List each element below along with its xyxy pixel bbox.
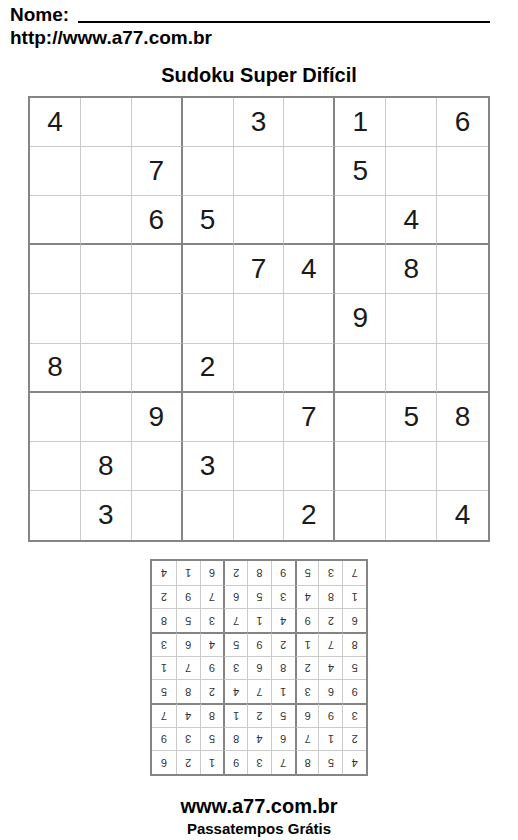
solution-cell-r2c5: 4 [247, 727, 271, 751]
puzzle-cell-r2c2 [81, 147, 132, 196]
puzzle-cell-r3c7 [335, 196, 386, 245]
solution-cell-r7c1: 6 [342, 608, 366, 632]
solution-cell-r4c4: 1 [271, 679, 295, 703]
puzzle-cell-r8c7 [335, 442, 386, 491]
solution-cell-r5c2: 4 [318, 656, 342, 680]
solution-cell-r6c7: 4 [200, 632, 224, 656]
puzzle-cell-r1c2 [81, 98, 132, 147]
puzzle-cell-r3c9 [437, 196, 488, 245]
puzzle-cell-r2c5 [234, 147, 285, 196]
puzzle-cell-r3c3: 6 [132, 196, 183, 245]
solution-cell-r6c1: 8 [342, 632, 366, 656]
solution-cell-r9c3: 5 [295, 561, 319, 585]
solution-cell-r4c9: 5 [152, 679, 176, 703]
puzzle-cell-r9c9: 4 [437, 491, 488, 540]
solution-cell-r8c4: 3 [271, 585, 295, 609]
solution-cell-r4c5: 7 [247, 679, 271, 703]
solution-cell-r3c4: 5 [271, 703, 295, 727]
solution-cell-r8c2: 8 [318, 585, 342, 609]
solution-cell-r7c2: 2 [318, 608, 342, 632]
puzzle-cell-r7c6: 7 [284, 393, 335, 442]
solution-cell-r3c8: 4 [176, 703, 200, 727]
solution-cell-r8c8: 9 [176, 585, 200, 609]
puzzle-title: Sudoku Super Difícil [0, 64, 518, 87]
puzzle-cell-r1c8 [386, 98, 437, 147]
puzzle-cell-r7c4 [183, 393, 234, 442]
puzzle-cell-r4c9 [437, 245, 488, 294]
puzzle-cell-r2c3: 7 [132, 147, 183, 196]
puzzle-cell-r2c9 [437, 147, 488, 196]
footer-site: www.a77.com.br [0, 795, 518, 818]
puzzle-cell-r7c9: 8 [437, 393, 488, 442]
puzzle-cell-r5c5 [234, 294, 285, 343]
solution-cell-r6c6: 5 [223, 632, 247, 656]
puzzle-cell-r8c9 [437, 442, 488, 491]
solution-cell-r2c2: 1 [318, 727, 342, 751]
solution-cell-r1c4: 7 [271, 750, 295, 774]
puzzle-cell-r4c8: 8 [386, 245, 437, 294]
puzzle-cell-r5c4 [183, 294, 234, 343]
solution-cell-r7c9: 8 [152, 608, 176, 632]
puzzle-cell-r3c5 [234, 196, 285, 245]
solution-cell-r8c6: 6 [223, 585, 247, 609]
solution-cell-r1c6: 9 [223, 750, 247, 774]
puzzle-cell-r8c2: 8 [81, 442, 132, 491]
solution-cell-r1c7: 1 [200, 750, 224, 774]
solution-cell-r7c6: 7 [223, 608, 247, 632]
header: Nome: http://www.a77.com.br [0, 0, 518, 49]
puzzle-cell-r7c8: 5 [386, 393, 437, 442]
puzzle-cell-r3c8: 4 [386, 196, 437, 245]
solution-cell-r1c2: 5 [318, 750, 342, 774]
puzzle-cell-r6c1: 8 [30, 344, 81, 393]
solution-cell-r7c4: 4 [271, 608, 295, 632]
puzzle-cell-r9c6: 2 [284, 491, 335, 540]
solution-cell-r2c4: 6 [271, 727, 295, 751]
solution-cell-r5c4: 8 [271, 656, 295, 680]
solution-cell-r1c8: 2 [176, 750, 200, 774]
puzzle-cell-r9c1 [30, 491, 81, 540]
solution-cell-r1c9: 6 [152, 750, 176, 774]
solution-cell-r9c4: 9 [271, 561, 295, 585]
solution-cell-r7c5: 1 [247, 608, 271, 632]
puzzle-cell-r8c3 [132, 442, 183, 491]
puzzle-cell-r8c6 [284, 442, 335, 491]
sudoku-grid: 431675654748982975883324 [28, 96, 490, 542]
solution-cell-r7c8: 5 [176, 608, 200, 632]
solution-cell-r4c7: 2 [200, 679, 224, 703]
solution-cell-r3c7: 8 [200, 703, 224, 727]
solution-cell-r4c6: 4 [223, 679, 247, 703]
name-label: Nome: [10, 4, 69, 26]
puzzle-cell-r5c1 [30, 294, 81, 343]
solution-cell-r3c9: 7 [152, 703, 176, 727]
puzzle-cell-r2c1 [30, 147, 81, 196]
solution-cell-r2c6: 8 [223, 727, 247, 751]
puzzle-cell-r6c8 [386, 344, 437, 393]
puzzle-cell-r7c3: 9 [132, 393, 183, 442]
puzzle-cell-r9c3 [132, 491, 183, 540]
solution-cell-r4c3: 3 [295, 679, 319, 703]
solution-cell-r3c1: 3 [342, 703, 366, 727]
solution-cell-r9c9: 4 [152, 561, 176, 585]
puzzle-cell-r1c6 [284, 98, 335, 147]
solution-cell-r5c3: 2 [295, 656, 319, 680]
solution-cell-r3c3: 6 [295, 703, 319, 727]
solution-cell-r8c9: 2 [152, 585, 176, 609]
sudoku-solution-grid-rotated: 4587391262176485393965218479631742855428… [150, 559, 368, 776]
solution-cell-r8c5: 5 [247, 585, 271, 609]
solution-cell-r4c2: 6 [318, 679, 342, 703]
solution-cell-r2c1: 2 [342, 727, 366, 751]
solution-cell-r5c9: 1 [152, 656, 176, 680]
puzzle-cell-r3c2 [81, 196, 132, 245]
solution-cell-r5c6: 3 [223, 656, 247, 680]
worksheet-page: Nome: http://www.a77.com.br Sudoku Super… [0, 0, 518, 840]
solution-cell-r3c6: 1 [223, 703, 247, 727]
puzzle-cell-r5c3 [132, 294, 183, 343]
solution-cell-r6c9: 3 [152, 632, 176, 656]
solution-cell-r6c4: 2 [271, 632, 295, 656]
puzzle-cell-r6c4: 2 [183, 344, 234, 393]
puzzle-cell-r3c6 [284, 196, 335, 245]
puzzle-cell-r9c7 [335, 491, 386, 540]
puzzle-cell-r9c2: 3 [81, 491, 132, 540]
puzzle-cell-r6c9 [437, 344, 488, 393]
puzzle-cell-r5c2 [81, 294, 132, 343]
puzzle-cell-r1c1: 4 [30, 98, 81, 147]
puzzle-cell-r5c9 [437, 294, 488, 343]
puzzle-cell-r4c3 [132, 245, 183, 294]
puzzle-cell-r1c9: 6 [437, 98, 488, 147]
puzzle-cell-r7c2 [81, 393, 132, 442]
puzzle-cell-r6c5 [234, 344, 285, 393]
puzzle-cell-r6c3 [132, 344, 183, 393]
puzzle-cell-r8c5 [234, 442, 285, 491]
name-blank-line [78, 21, 490, 23]
solution-cell-r6c5: 9 [247, 632, 271, 656]
solution-cell-r9c5: 8 [247, 561, 271, 585]
name-row: Nome: [10, 4, 508, 26]
solution-cell-r9c2: 3 [318, 561, 342, 585]
solution-cell-r9c6: 2 [223, 561, 247, 585]
puzzle-cell-r1c5: 3 [234, 98, 285, 147]
solution-cell-r5c5: 6 [247, 656, 271, 680]
solution-cell-r8c7: 7 [200, 585, 224, 609]
solution-cell-r1c1: 4 [342, 750, 366, 774]
solution-cell-r6c8: 6 [176, 632, 200, 656]
solution-cell-r3c5: 2 [247, 703, 271, 727]
puzzle-cell-r3c1 [30, 196, 81, 245]
solution-cell-r2c8: 3 [176, 727, 200, 751]
solution-cell-r5c1: 5 [342, 656, 366, 680]
solution-cell-r1c3: 8 [295, 750, 319, 774]
solution-cell-r4c1: 9 [342, 679, 366, 703]
solution-cell-r9c8: 1 [176, 561, 200, 585]
puzzle-cell-r7c7 [335, 393, 386, 442]
footer-tagline: Passatempos Grátis [0, 820, 518, 837]
solution-area: 4587391262176485393965218479631742855428… [0, 559, 518, 776]
solution-cell-r8c3: 4 [295, 585, 319, 609]
solution-cell-r8c1: 1 [342, 585, 366, 609]
solution-cell-r5c8: 7 [176, 656, 200, 680]
solution-cell-r7c3: 9 [295, 608, 319, 632]
puzzle-cell-r4c6: 4 [284, 245, 335, 294]
puzzle-cell-r2c4 [183, 147, 234, 196]
solution-cell-r2c9: 9 [152, 727, 176, 751]
solution-cell-r2c7: 5 [200, 727, 224, 751]
solution-cell-r2c3: 7 [295, 727, 319, 751]
puzzle-cell-r9c5 [234, 491, 285, 540]
puzzle-cell-r3c4: 5 [183, 196, 234, 245]
puzzle-cell-r5c6 [284, 294, 335, 343]
puzzle-cell-r6c2 [81, 344, 132, 393]
puzzle-cell-r4c2 [81, 245, 132, 294]
puzzle-cell-r8c1 [30, 442, 81, 491]
puzzle-cell-r1c3 [132, 98, 183, 147]
puzzle-cell-r8c4: 3 [183, 442, 234, 491]
puzzle-cell-r9c8 [386, 491, 437, 540]
puzzle-cell-r4c5: 7 [234, 245, 285, 294]
puzzle-cell-r2c8 [386, 147, 437, 196]
puzzle-cell-r8c8 [386, 442, 437, 491]
puzzle-cell-r4c7 [335, 245, 386, 294]
puzzle-cell-r6c6 [284, 344, 335, 393]
puzzle-cell-r1c7: 1 [335, 98, 386, 147]
solution-cell-r6c3: 1 [295, 632, 319, 656]
puzzle-cell-r7c1 [30, 393, 81, 442]
solution-cell-r7c7: 3 [200, 608, 224, 632]
puzzle-cell-r4c4 [183, 245, 234, 294]
solution-cell-r4c8: 8 [176, 679, 200, 703]
puzzle-cell-r2c6 [284, 147, 335, 196]
puzzle-cell-r1c4 [183, 98, 234, 147]
puzzle-cell-r4c1 [30, 245, 81, 294]
solution-cell-r3c2: 9 [318, 703, 342, 727]
solution-cell-r1c5: 3 [247, 750, 271, 774]
header-url-row: http://www.a77.com.br [10, 27, 508, 49]
puzzle-cell-r6c7 [335, 344, 386, 393]
puzzle-cell-r5c7: 9 [335, 294, 386, 343]
puzzle-cell-r2c7: 5 [335, 147, 386, 196]
solution-cell-r6c2: 7 [318, 632, 342, 656]
solution-cell-r5c7: 9 [200, 656, 224, 680]
puzzle-cell-r7c5 [234, 393, 285, 442]
footer: www.a77.com.br Passatempos Grátis [0, 795, 518, 837]
solution-cell-r9c1: 7 [342, 561, 366, 585]
puzzle-cell-r5c8 [386, 294, 437, 343]
site-url: http://www.a77.com.br [10, 27, 212, 48]
puzzle-cell-r9c4 [183, 491, 234, 540]
solution-cell-r9c7: 6 [200, 561, 224, 585]
